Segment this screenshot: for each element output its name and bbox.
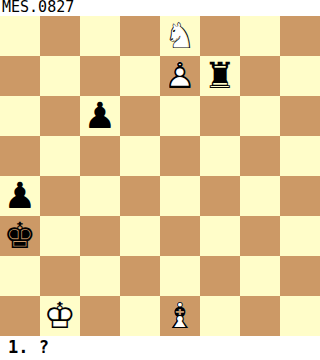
black-rook: ♜ (200, 56, 240, 96)
square-c8[interactable] (80, 16, 120, 56)
square-c6[interactable]: ♟ (80, 96, 120, 136)
square-e4[interactable] (160, 176, 200, 216)
white-knight: ♘ (160, 16, 200, 56)
black-pawn: ♟ (80, 96, 120, 136)
square-f5[interactable] (200, 136, 240, 176)
square-e5[interactable] (160, 136, 200, 176)
square-d1[interactable] (120, 296, 160, 336)
square-f8[interactable] (200, 16, 240, 56)
square-f3[interactable] (200, 216, 240, 256)
square-b2[interactable] (40, 256, 80, 296)
square-g5[interactable] (240, 136, 280, 176)
square-d4[interactable] (120, 176, 160, 216)
square-c4[interactable] (80, 176, 120, 216)
square-b3[interactable] (40, 216, 80, 256)
white-knight-fill: ♞ (160, 16, 200, 56)
white-bishop-fill: ♝ (160, 296, 200, 336)
square-h6[interactable] (280, 96, 320, 136)
square-h7[interactable] (280, 56, 320, 96)
square-h2[interactable] (280, 256, 320, 296)
square-g4[interactable] (240, 176, 280, 216)
square-e2[interactable] (160, 256, 200, 296)
square-g6[interactable] (240, 96, 280, 136)
square-b7[interactable] (40, 56, 80, 96)
square-g8[interactable] (240, 16, 280, 56)
square-c2[interactable] (80, 256, 120, 296)
white-pawn-fill: ♟ (160, 56, 200, 96)
square-c1[interactable] (80, 296, 120, 336)
square-b8[interactable] (40, 16, 80, 56)
square-h8[interactable] (280, 16, 320, 56)
square-h4[interactable] (280, 176, 320, 216)
white-pawn: ♙ (160, 56, 200, 96)
square-a3[interactable]: ♚ (0, 216, 40, 256)
square-f2[interactable] (200, 256, 240, 296)
square-h1[interactable] (280, 296, 320, 336)
square-b6[interactable] (40, 96, 80, 136)
chess-board: ♞♘♟♙♜♟♟♚♚♔♝♗ (0, 16, 320, 336)
white-king-fill: ♚ (40, 296, 80, 336)
square-d2[interactable] (120, 256, 160, 296)
square-g7[interactable] (240, 56, 280, 96)
black-pawn: ♟ (0, 176, 40, 216)
square-f4[interactable] (200, 176, 240, 216)
square-a8[interactable] (0, 16, 40, 56)
square-c7[interactable] (80, 56, 120, 96)
square-b5[interactable] (40, 136, 80, 176)
square-e3[interactable] (160, 216, 200, 256)
square-b1[interactable]: ♚♔ (40, 296, 80, 336)
square-e1[interactable]: ♝♗ (160, 296, 200, 336)
square-g1[interactable] (240, 296, 280, 336)
page-title: MES.0827 (0, 0, 320, 16)
square-g3[interactable] (240, 216, 280, 256)
square-h5[interactable] (280, 136, 320, 176)
square-a6[interactable] (0, 96, 40, 136)
square-b4[interactable] (40, 176, 80, 216)
square-e7[interactable]: ♟♙ (160, 56, 200, 96)
square-d7[interactable] (120, 56, 160, 96)
square-e6[interactable] (160, 96, 200, 136)
square-d6[interactable] (120, 96, 160, 136)
square-h3[interactable] (280, 216, 320, 256)
square-f1[interactable] (200, 296, 240, 336)
white-king: ♔ (40, 296, 80, 336)
square-c5[interactable] (80, 136, 120, 176)
square-d5[interactable] (120, 136, 160, 176)
square-d8[interactable] (120, 16, 160, 56)
puzzle-prompt: 1. ? (0, 336, 320, 360)
square-a1[interactable] (0, 296, 40, 336)
square-d3[interactable] (120, 216, 160, 256)
square-a4[interactable]: ♟ (0, 176, 40, 216)
square-g2[interactable] (240, 256, 280, 296)
square-f7[interactable]: ♜ (200, 56, 240, 96)
square-f6[interactable] (200, 96, 240, 136)
square-a2[interactable] (0, 256, 40, 296)
white-bishop: ♗ (160, 296, 200, 336)
square-e8[interactable]: ♞♘ (160, 16, 200, 56)
black-king: ♚ (0, 216, 40, 256)
square-a5[interactable] (0, 136, 40, 176)
square-a7[interactable] (0, 56, 40, 96)
square-c3[interactable] (80, 216, 120, 256)
